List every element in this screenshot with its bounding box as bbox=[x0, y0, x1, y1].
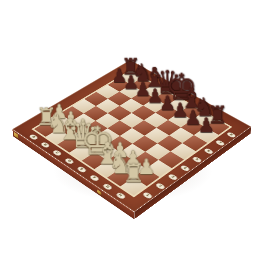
piece-white-rook-h1[interactable]: ♜ bbox=[119, 161, 148, 187]
chess-set-photo: ABCDEFGH 12345678 ♜♞♝♛♚♝♞♜♟♟♟♟♟♟♟♟♟♟♟♟♟♟… bbox=[0, 0, 265, 265]
piece-black-pawn-h7[interactable]: ♟ bbox=[193, 115, 220, 135]
